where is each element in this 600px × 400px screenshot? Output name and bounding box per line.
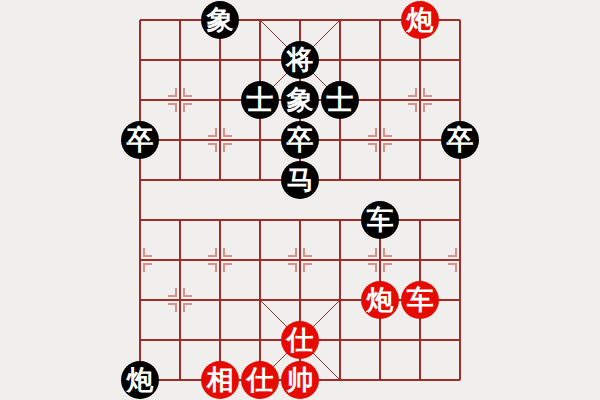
xiangqi-app: 象炮将士象士卒卒卒马车炮车仕炮相仕帅 <box>0 0 600 400</box>
black-cannon[interactable]: 炮 <box>121 361 159 399</box>
pieces-layer: 象炮将士象士卒卒卒马车炮车仕炮相仕帅 <box>120 0 480 400</box>
black-elephant[interactable]: 象 <box>201 1 239 39</box>
xiangqi-board[interactable]: 象炮将士象士卒卒卒马车炮车仕炮相仕帅 <box>0 0 600 400</box>
black-pawn[interactable]: 卒 <box>121 121 159 159</box>
red-chariot[interactable]: 车 <box>401 281 439 319</box>
black-general[interactable]: 将 <box>281 41 319 79</box>
red-elephant[interactable]: 相 <box>201 361 239 399</box>
black-horse[interactable]: 马 <box>281 161 319 199</box>
black-advisor[interactable]: 士 <box>241 81 279 119</box>
red-advisor[interactable]: 仕 <box>241 361 279 399</box>
black-chariot[interactable]: 车 <box>361 201 399 239</box>
black-elephant[interactable]: 象 <box>281 81 319 119</box>
red-cannon[interactable]: 炮 <box>401 1 439 39</box>
black-advisor[interactable]: 士 <box>321 81 359 119</box>
black-pawn[interactable]: 卒 <box>441 121 479 159</box>
red-general[interactable]: 帅 <box>281 361 319 399</box>
red-cannon[interactable]: 炮 <box>361 281 399 319</box>
red-advisor[interactable]: 仕 <box>281 321 319 359</box>
black-pawn[interactable]: 卒 <box>281 121 319 159</box>
